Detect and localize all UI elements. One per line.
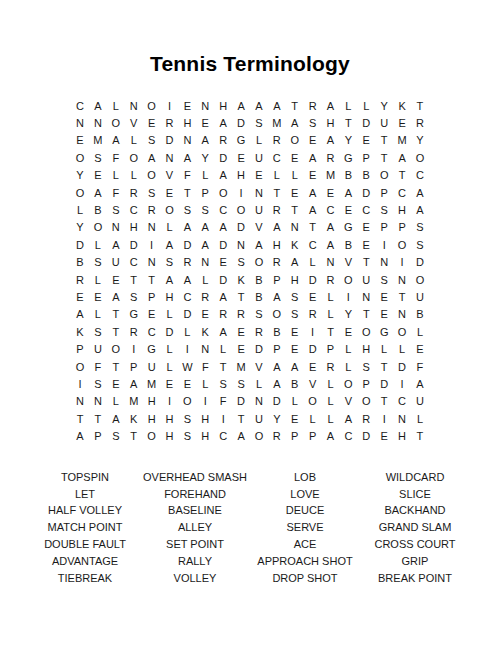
grid-cell: T	[411, 97, 429, 114]
grid-cell: H	[161, 288, 179, 305]
grid-cell: E	[161, 375, 179, 392]
grid-cell: E	[178, 375, 196, 392]
grid-cell: O	[393, 236, 411, 253]
grid-cell: B	[339, 236, 357, 253]
grid-cell: N	[322, 254, 340, 271]
grid-cell: G	[143, 340, 161, 357]
grid-cell: O	[268, 306, 286, 323]
grid-cell: A	[196, 132, 214, 149]
grid-cell: I	[214, 410, 232, 427]
grid-cell: R	[196, 288, 214, 305]
grid-cell: B	[286, 375, 304, 392]
grid-cell: C	[125, 254, 143, 271]
grid-cell: O	[393, 323, 411, 340]
grid-cell: V	[339, 254, 357, 271]
grid-cell: L	[196, 375, 214, 392]
grid-cell: S	[375, 271, 393, 288]
grid-cell: Y	[411, 132, 429, 149]
grid-cell: E	[393, 114, 411, 131]
grid-cell: D	[178, 306, 196, 323]
grid-cell: P	[304, 427, 322, 444]
grid-cell: H	[357, 340, 375, 357]
grid-cell: G	[125, 306, 143, 323]
grid-cell: U	[89, 340, 107, 357]
grid-cell: D	[71, 236, 89, 253]
grid-cell: L	[196, 167, 214, 184]
grid-cell: A	[286, 254, 304, 271]
word-list-item: ALLEY	[140, 519, 250, 536]
grid-cell: I	[375, 410, 393, 427]
grid-cell: C	[214, 201, 232, 218]
grid-cell: A	[339, 410, 357, 427]
grid-cell: A	[214, 323, 232, 340]
grid-cell: R	[411, 114, 429, 131]
grid-cell: M	[89, 132, 107, 149]
grid-cell: P	[196, 184, 214, 201]
grid-cell: L	[268, 167, 286, 184]
grid-cell: U	[250, 410, 268, 427]
grid-cell: R	[322, 149, 340, 166]
grid-cell: H	[286, 271, 304, 288]
grid-cell: U	[411, 288, 429, 305]
grid-cell: L	[322, 288, 340, 305]
grid-cell: O	[250, 427, 268, 444]
grid-cell: S	[89, 323, 107, 340]
grid-cell: M	[125, 393, 143, 410]
grid-cell: L	[411, 410, 429, 427]
grid-cell: P	[268, 271, 286, 288]
grid-cell: S	[89, 254, 107, 271]
grid-cell: A	[161, 271, 179, 288]
grid-cell: L	[339, 340, 357, 357]
grid-cell: R	[322, 358, 340, 375]
grid-cell: I	[339, 288, 357, 305]
grid-cell: I	[125, 340, 143, 357]
grid-cell: A	[214, 114, 232, 131]
grid-cell: N	[71, 393, 89, 410]
grid-cell: F	[411, 358, 429, 375]
grid-cell: O	[411, 271, 429, 288]
grid-cell: L	[161, 340, 179, 357]
grid-cell: T	[71, 410, 89, 427]
grid-cell: L	[178, 323, 196, 340]
grid-cell: O	[339, 375, 357, 392]
grid-cell: A	[107, 132, 125, 149]
grid-cell: C	[339, 427, 357, 444]
grid-cell: Y	[339, 306, 357, 323]
grid-cell: E	[357, 236, 375, 253]
grid-cell: I	[196, 393, 214, 410]
grid-cell: C	[357, 201, 375, 218]
grid-cell: T	[375, 358, 393, 375]
word-list-item: MATCH POINT	[30, 519, 140, 536]
grid-cell: S	[411, 219, 429, 236]
word-list-column: LOBLOVEDEUCESERVEACEAPPROACH SHOTDROP SH…	[250, 469, 360, 587]
grid-cell: L	[250, 375, 268, 392]
grid-cell: M	[393, 132, 411, 149]
grid-cell: R	[214, 132, 232, 149]
grid-cell: A	[196, 236, 214, 253]
grid-cell: V	[339, 393, 357, 410]
grid-cell: P	[143, 288, 161, 305]
grid-cell: N	[178, 132, 196, 149]
grid-cell: E	[286, 184, 304, 201]
grid-cell: E	[411, 340, 429, 357]
grid-cell: B	[357, 167, 375, 184]
grid-cell: M	[232, 358, 250, 375]
grid-cell: N	[89, 393, 107, 410]
grid-cell: H	[393, 201, 411, 218]
grid-cell: A	[411, 184, 429, 201]
grid-cell: U	[411, 393, 429, 410]
word-list-item: LOB	[250, 469, 360, 486]
grid-cell: A	[232, 97, 250, 114]
grid-cell: S	[250, 306, 268, 323]
grid-cell: U	[250, 201, 268, 218]
word-list-item: VOLLEY	[140, 570, 250, 587]
grid-cell: R	[304, 97, 322, 114]
grid-cell: A	[232, 427, 250, 444]
grid-cell: D	[411, 254, 429, 271]
grid-cell: U	[250, 149, 268, 166]
grid-cell: L	[71, 201, 89, 218]
word-list-item: SERVE	[250, 519, 360, 536]
grid-cell: B	[250, 288, 268, 305]
grid-cell: D	[357, 184, 375, 201]
grid-cell: C	[393, 393, 411, 410]
grid-cell: A	[107, 288, 125, 305]
grid-cell: F	[214, 393, 232, 410]
grid-cell: E	[375, 306, 393, 323]
grid-cell: I	[375, 236, 393, 253]
grid-cell: T	[339, 114, 357, 131]
grid-cell: B	[339, 167, 357, 184]
grid-cell: L	[322, 410, 340, 427]
grid-cell: L	[196, 271, 214, 288]
grid-cell: R	[143, 201, 161, 218]
grid-cell: P	[393, 219, 411, 236]
grid-cell: T	[357, 306, 375, 323]
grid-cell: H	[232, 167, 250, 184]
grid-cell: I	[393, 254, 411, 271]
grid-cell: A	[411, 201, 429, 218]
grid-cell: R	[125, 323, 143, 340]
grid-cell: S	[143, 184, 161, 201]
grid-cell: M	[143, 375, 161, 392]
grid-cell: N	[196, 97, 214, 114]
grid-cell: L	[339, 97, 357, 114]
grid-cell: I	[71, 375, 89, 392]
grid-cell: E	[107, 375, 125, 392]
grid-cell: K	[286, 236, 304, 253]
word-list-item: BREAK POINT	[360, 570, 470, 587]
grid-cell: T	[286, 97, 304, 114]
grid-cell: A	[304, 201, 322, 218]
grid-cell: D	[304, 271, 322, 288]
grid-cell: N	[232, 236, 250, 253]
grid-cell: N	[393, 306, 411, 323]
word-list-item: SLICE	[360, 486, 470, 503]
grid-cell: T	[393, 288, 411, 305]
grid-cell: O	[143, 427, 161, 444]
grid-cell: L	[125, 132, 143, 149]
grid-cell: T	[304, 219, 322, 236]
grid-cell: P	[357, 149, 375, 166]
grid-cell: N	[196, 340, 214, 357]
grid-cell: E	[286, 340, 304, 357]
grid-cell: L	[322, 393, 340, 410]
grid-cell: E	[304, 132, 322, 149]
word-list-item: BASELINE	[140, 502, 250, 519]
word-list-item: CROSS COURT	[360, 536, 470, 553]
grid-cell: A	[411, 375, 429, 392]
puzzle-page: Tennis Terminology CALNOIENHAAATRALLYKTN…	[0, 0, 500, 647]
grid-cell: A	[71, 427, 89, 444]
grid-cell: S	[214, 375, 232, 392]
grid-cell: N	[250, 393, 268, 410]
grid-cell: D	[214, 236, 232, 253]
grid-cell: O	[107, 340, 125, 357]
grid-cell: P	[357, 375, 375, 392]
grid-cell: M	[268, 114, 286, 131]
grid-cell: A	[178, 149, 196, 166]
grid-cell: T	[143, 271, 161, 288]
grid-cell: A	[393, 149, 411, 166]
grid-cell: E	[161, 184, 179, 201]
grid-cell: R	[214, 306, 232, 323]
grid-cell: P	[322, 340, 340, 357]
grid-cell: O	[71, 358, 89, 375]
grid-cell: T	[107, 323, 125, 340]
grid-cell: D	[268, 393, 286, 410]
grid-cell: A	[161, 236, 179, 253]
grid-cell: E	[196, 306, 214, 323]
grid-cell: R	[322, 271, 340, 288]
grid-cell: E	[375, 288, 393, 305]
grid-cell: W	[178, 358, 196, 375]
grid-cell: O	[125, 149, 143, 166]
grid-cell: I	[393, 375, 411, 392]
grid-cell: E	[286, 323, 304, 340]
grid-cell: A	[268, 97, 286, 114]
grid-cell: S	[178, 201, 196, 218]
word-list-item: DEUCE	[250, 502, 360, 519]
grid-cell: O	[357, 323, 375, 340]
grid-cell: A	[196, 219, 214, 236]
grid-cell: H	[178, 114, 196, 131]
grid-cell: S	[143, 132, 161, 149]
grid-cell: T	[125, 427, 143, 444]
word-list-item: GRIP	[360, 553, 470, 570]
grid-cell: O	[214, 184, 232, 201]
grid-cell: D	[125, 236, 143, 253]
grid-cell: I	[161, 393, 179, 410]
word-list-item: FOREHAND	[140, 486, 250, 503]
grid-cell: B	[411, 306, 429, 323]
grid-cell: A	[214, 167, 232, 184]
grid-cell: N	[393, 410, 411, 427]
grid-cell: N	[89, 114, 107, 131]
grid-cell: T	[411, 427, 429, 444]
grid-cell: A	[268, 288, 286, 305]
grid-cell: P	[89, 427, 107, 444]
grid-cell: E	[339, 201, 357, 218]
grid-cell: R	[232, 306, 250, 323]
grid-cell: E	[214, 254, 232, 271]
grid-cell: R	[178, 254, 196, 271]
grid-cell: A	[125, 375, 143, 392]
grid-cell: T	[107, 358, 125, 375]
grid-cell: U	[375, 114, 393, 131]
grid-cell: S	[411, 236, 429, 253]
grid-cell: L	[357, 97, 375, 114]
grid-cell: P	[375, 184, 393, 201]
grid-cell: O	[161, 201, 179, 218]
grid-cell: O	[178, 393, 196, 410]
grid-cell: D	[232, 219, 250, 236]
grid-cell: O	[304, 393, 322, 410]
grid-cell: Y	[268, 410, 286, 427]
grid-cell: L	[375, 340, 393, 357]
grid-cell: C	[178, 288, 196, 305]
grid-cell: T	[178, 184, 196, 201]
grid-cell: D	[393, 358, 411, 375]
grid-cell: H	[214, 97, 232, 114]
grid-cell: Y	[375, 97, 393, 114]
grid-cell: P	[286, 427, 304, 444]
grid-cell: A	[214, 219, 232, 236]
grid-cell: E	[250, 167, 268, 184]
grid-cell: T	[232, 410, 250, 427]
grid-cell: V	[250, 358, 268, 375]
grid-cell: D	[232, 114, 250, 131]
grid-cell: O	[71, 184, 89, 201]
word-list-item: OVERHEAD SMASH	[140, 469, 250, 486]
grid-cell: L	[393, 340, 411, 357]
grid-cell: N	[250, 184, 268, 201]
grid-cell: H	[143, 393, 161, 410]
grid-cell: L	[286, 393, 304, 410]
grid-cell: R	[304, 306, 322, 323]
grid-cell: L	[161, 306, 179, 323]
grid-cell: D	[214, 149, 232, 166]
grid-cell: L	[286, 167, 304, 184]
grid-cell: E	[286, 410, 304, 427]
grid-cell: Y	[339, 132, 357, 149]
grid-cell: B	[89, 201, 107, 218]
grid-cell: T	[322, 323, 340, 340]
grid-cell: O	[375, 167, 393, 184]
grid-cell: E	[71, 288, 89, 305]
grid-cell: C	[393, 184, 411, 201]
word-list-item: SET POINT	[140, 536, 250, 553]
grid-cell: T	[393, 167, 411, 184]
grid-cell: A	[322, 132, 340, 149]
grid-cell: O	[357, 393, 375, 410]
grid-cell: E	[107, 271, 125, 288]
grid-cell: H	[196, 410, 214, 427]
grid-cell: C	[143, 323, 161, 340]
grid-cell: E	[322, 184, 340, 201]
grid-cell: C	[268, 149, 286, 166]
grid-cell: E	[357, 219, 375, 236]
grid-cell: P	[125, 358, 143, 375]
grid-cell: S	[125, 288, 143, 305]
grid-cell: T	[357, 254, 375, 271]
grid-cell: N	[286, 219, 304, 236]
grid-cell: E	[375, 427, 393, 444]
grid-cell: A	[178, 271, 196, 288]
grid-cell: A	[89, 184, 107, 201]
grid-cell: H	[196, 427, 214, 444]
grid-cell: K	[196, 323, 214, 340]
grid-cell: O	[339, 271, 357, 288]
grid-cell: O	[232, 201, 250, 218]
grid-cell: I	[143, 236, 161, 253]
grid-cell: H	[322, 114, 340, 131]
grid-cell: E	[286, 149, 304, 166]
grid-cell: S	[178, 410, 196, 427]
grid-cell: L	[107, 97, 125, 114]
grid-cell: S	[89, 375, 107, 392]
grid-cell: E	[232, 149, 250, 166]
grid-cell: C	[125, 201, 143, 218]
word-list-column: TOPSPINLETHALF VOLLEYMATCH POINTDOUBLE F…	[30, 469, 140, 587]
grid-cell: A	[322, 219, 340, 236]
grid-cell: E	[232, 323, 250, 340]
word-search-grid: CALNOIENHAAATRALLYKTNNOVERHEADSMASHTDUER…	[71, 97, 429, 445]
grid-cell: D	[304, 340, 322, 357]
grid-cell: I	[232, 184, 250, 201]
word-list-item: WILDCARD	[360, 469, 470, 486]
grid-cell: O	[107, 114, 125, 131]
grid-cell: R	[268, 254, 286, 271]
grid-cell: D	[178, 236, 196, 253]
grid-cell: L	[214, 340, 232, 357]
word-list-column: WILDCARDSLICEBACKHANDGRAND SLAMCROSS COU…	[360, 469, 470, 587]
grid-cell: A	[107, 236, 125, 253]
grid-cell: A	[322, 427, 340, 444]
grid-cell: E	[143, 306, 161, 323]
grid-cell: S	[286, 306, 304, 323]
puzzle-title: Tennis Terminology	[0, 0, 500, 76]
grid-cell: L	[161, 219, 179, 236]
grid-cell: V	[304, 375, 322, 392]
grid-cell: S	[178, 427, 196, 444]
grid-cell: P	[375, 219, 393, 236]
grid-cell: L	[250, 132, 268, 149]
word-list-item: LET	[30, 486, 140, 503]
grid-cell: L	[161, 358, 179, 375]
grid-cell: S	[107, 201, 125, 218]
grid-cell: S	[375, 201, 393, 218]
grid-cell: A	[250, 236, 268, 253]
grid-cell: L	[322, 306, 340, 323]
grid-cell: E	[143, 114, 161, 131]
grid-cell: D	[214, 271, 232, 288]
grid-cell: F	[89, 358, 107, 375]
grid-cell: K	[125, 410, 143, 427]
grid-cell: A	[89, 97, 107, 114]
grid-cell: O	[143, 167, 161, 184]
grid-cell: S	[304, 114, 322, 131]
grid-cell: R	[250, 323, 268, 340]
grid-cell: E	[357, 132, 375, 149]
grid-cell: L	[304, 254, 322, 271]
grid-cell: E	[71, 132, 89, 149]
grid-cell: G	[339, 219, 357, 236]
grid-cell: F	[107, 149, 125, 166]
